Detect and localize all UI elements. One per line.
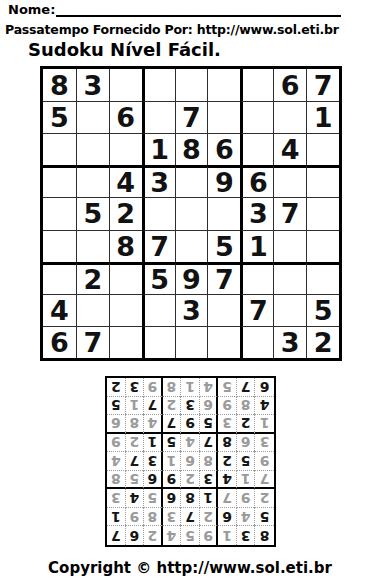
solution-cell-r5c7: 3 xyxy=(144,452,163,471)
solution-cell-r1c1: 8 xyxy=(255,526,274,545)
cell-r4c7[interactable]: 6 xyxy=(240,165,273,197)
solution-cell-r3c3: 7 xyxy=(218,489,237,508)
cell-r6c8[interactable] xyxy=(273,230,306,262)
solution-cell-r2c4: 2 xyxy=(200,508,219,527)
sudoku-puzzle-grid: 836756711864439652378751259743756732 xyxy=(40,66,342,361)
solution-cell-r2c6: 3 xyxy=(163,508,182,527)
solution-cell-r1c7: 2 xyxy=(144,526,163,545)
solution-cell-r2c2: 4 xyxy=(237,508,256,527)
cell-r2c6[interactable] xyxy=(207,101,240,133)
solution-cell-r6c7: 1 xyxy=(144,434,163,453)
solution-cell-r7c3: 3 xyxy=(218,415,237,434)
solution-cell-r4c6: 9 xyxy=(163,471,182,490)
solution-cell-r8c2: 8 xyxy=(237,397,256,416)
cell-r8c7[interactable]: 7 xyxy=(240,294,273,326)
cell-r9c8[interactable]: 3 xyxy=(273,326,306,358)
cell-r6c3[interactable]: 8 xyxy=(109,230,142,262)
cell-r7c1[interactable] xyxy=(43,262,76,294)
solution-cell-r7c4: 5 xyxy=(200,415,219,434)
cell-r3c9[interactable] xyxy=(306,133,339,165)
solution-cell-r3c8: 4 xyxy=(126,489,145,508)
solution-cell-r5c2: 5 xyxy=(237,452,256,471)
cell-r2c7[interactable] xyxy=(240,101,273,133)
cell-r1c1[interactable]: 8 xyxy=(43,69,76,101)
solution-cell-r5c5: 6 xyxy=(181,452,200,471)
cell-r3c7[interactable] xyxy=(240,133,273,165)
solution-cell-r8c5: 3 xyxy=(181,397,200,416)
solution-cell-r7c2: 2 xyxy=(237,415,256,434)
provided-by-text: Passatempo Fornecido Por: http://www.sol… xyxy=(5,22,377,37)
solution-cell-r4c9: 8 xyxy=(107,471,126,490)
name-underline xyxy=(56,2,341,17)
solution-cell-r5c8: 7 xyxy=(126,452,145,471)
cell-r8c5[interactable]: 3 xyxy=(175,294,208,326)
cell-r8c3[interactable] xyxy=(109,294,142,326)
solution-cell-r6c4: 7 xyxy=(200,434,219,453)
solution-cell-r1c3: 1 xyxy=(218,526,237,545)
solution-cell-r1c2: 3 xyxy=(237,526,256,545)
cell-r9c5[interactable] xyxy=(175,326,208,358)
solution-cell-r2c9: 1 xyxy=(107,508,126,527)
cell-r7c8[interactable] xyxy=(273,262,306,294)
solution-cell-r4c8: 5 xyxy=(126,471,145,490)
solution-cell-r2c1: 5 xyxy=(255,508,274,527)
cell-r7c9[interactable] xyxy=(306,262,339,294)
solution-cell-r8c3: 9 xyxy=(218,397,237,416)
solution-cell-r4c5: 2 xyxy=(181,471,200,490)
sudoku-solution-grid: 8319542675462738912971865437143296589528… xyxy=(105,376,276,547)
cell-r6c1[interactable] xyxy=(43,230,76,262)
solution-cell-r2c3: 6 xyxy=(218,508,237,527)
sudoku-worksheet: Nome: Passatempo Fornecido Por: http://w… xyxy=(0,0,380,585)
solution-cell-r9c5: 1 xyxy=(181,378,200,397)
cell-r1c8[interactable]: 6 xyxy=(273,69,306,101)
cell-r1c6[interactable] xyxy=(207,69,240,101)
cell-r4c9[interactable] xyxy=(306,165,339,197)
solution-cell-r6c5: 4 xyxy=(181,434,200,453)
solution-cell-r6c9: 9 xyxy=(107,434,126,453)
cell-r4c4[interactable]: 3 xyxy=(142,165,175,197)
solution-cell-r3c7: 5 xyxy=(144,489,163,508)
cell-r6c5[interactable] xyxy=(175,230,208,262)
cell-r5c3[interactable]: 2 xyxy=(109,197,142,229)
cell-r9c4[interactable] xyxy=(142,326,175,358)
cell-r8c9[interactable]: 5 xyxy=(306,294,339,326)
cell-r5c9[interactable] xyxy=(306,197,339,229)
cell-r1c4[interactable] xyxy=(142,69,175,101)
solution-cell-r1c9: 7 xyxy=(107,526,126,545)
cell-r5c5[interactable] xyxy=(175,197,208,229)
solution-cell-r8c8: 1 xyxy=(126,397,145,416)
cell-r3c3[interactable] xyxy=(109,133,142,165)
solution-cell-r6c2: 6 xyxy=(237,434,256,453)
cell-r6c4[interactable]: 7 xyxy=(142,230,175,262)
cell-r1c2[interactable]: 3 xyxy=(76,69,109,101)
solution-cell-r6c3: 8 xyxy=(218,434,237,453)
solution-cell-r9c1: 6 xyxy=(255,378,274,397)
solution-cell-r9c3: 5 xyxy=(218,378,237,397)
cell-r8c2[interactable] xyxy=(76,294,109,326)
solution-cell-r1c8: 6 xyxy=(126,526,145,545)
solution-cell-r2c5: 7 xyxy=(181,508,200,527)
solution-cell-r5c4: 8 xyxy=(200,452,219,471)
cell-r7c2[interactable]: 2 xyxy=(76,262,109,294)
solution-cell-r8c1: 4 xyxy=(255,397,274,416)
cell-r3c4[interactable]: 1 xyxy=(142,133,175,165)
solution-cell-r8c7: 7 xyxy=(144,397,163,416)
cell-r2c5[interactable]: 7 xyxy=(175,101,208,133)
cell-r9c9[interactable]: 2 xyxy=(306,326,339,358)
cell-r4c2[interactable] xyxy=(76,165,109,197)
cell-r2c1[interactable]: 5 xyxy=(43,101,76,133)
cell-r4c8[interactable] xyxy=(273,165,306,197)
cell-r4c6[interactable]: 9 xyxy=(207,165,240,197)
cell-r3c6[interactable]: 6 xyxy=(207,133,240,165)
cell-r6c2[interactable] xyxy=(76,230,109,262)
cell-r7c5[interactable]: 9 xyxy=(175,262,208,294)
solution-cell-r7c7: 4 xyxy=(144,415,163,434)
cell-r5c6[interactable] xyxy=(207,197,240,229)
cell-r8c6[interactable] xyxy=(207,294,240,326)
cell-r9c7[interactable] xyxy=(240,326,273,358)
solution-cell-r3c1: 2 xyxy=(255,489,274,508)
solution-cell-r9c6: 8 xyxy=(163,378,182,397)
name-label: Nome: xyxy=(8,2,55,17)
solution-cell-r4c2: 1 xyxy=(237,471,256,490)
solution-cell-r5c1: 9 xyxy=(255,452,274,471)
solution-cell-r9c7: 9 xyxy=(144,378,163,397)
cell-r7c6[interactable]: 7 xyxy=(207,262,240,294)
cell-r1c9[interactable]: 7 xyxy=(306,69,339,101)
solution-cell-r7c1: 1 xyxy=(255,415,274,434)
solution-cell-r3c4: 1 xyxy=(200,489,219,508)
solution-cell-r7c9: 6 xyxy=(107,415,126,434)
cell-r6c9[interactable] xyxy=(306,230,339,262)
cell-r9c1[interactable]: 6 xyxy=(43,326,76,358)
cell-r2c4[interactable] xyxy=(142,101,175,133)
solution-cell-r3c9: 3 xyxy=(107,489,126,508)
cell-r8c8[interactable] xyxy=(273,294,306,326)
solution-cell-r1c6: 4 xyxy=(163,526,182,545)
solution-cell-r2c7: 8 xyxy=(144,508,163,527)
cell-r6c6[interactable]: 5 xyxy=(207,230,240,262)
cell-r7c3[interactable] xyxy=(109,262,142,294)
cell-r3c8[interactable]: 4 xyxy=(273,133,306,165)
cell-r2c9[interactable]: 1 xyxy=(306,101,339,133)
solution-cell-r5c9: 4 xyxy=(107,452,126,471)
cell-r5c2[interactable]: 5 xyxy=(76,197,109,229)
solution-cell-r4c7: 6 xyxy=(144,471,163,490)
cell-r3c1[interactable] xyxy=(43,133,76,165)
solution-cell-r5c6: 1 xyxy=(163,452,182,471)
cell-r1c7[interactable] xyxy=(240,69,273,101)
cell-r4c3[interactable]: 4 xyxy=(109,165,142,197)
solution-cell-r1c5: 5 xyxy=(181,526,200,545)
cell-r2c3[interactable]: 6 xyxy=(109,101,142,133)
solution-cell-r5c3: 2 xyxy=(218,452,237,471)
cell-r3c2[interactable] xyxy=(76,133,109,165)
solution-cell-r3c6: 6 xyxy=(163,489,182,508)
cell-r1c3[interactable] xyxy=(109,69,142,101)
copyright-text: Copyright © http://www.sol.eti.br xyxy=(0,559,380,577)
cell-r6c7[interactable]: 1 xyxy=(240,230,273,262)
solution-cell-r6c6: 5 xyxy=(163,434,182,453)
solution-cell-r9c9: 2 xyxy=(107,378,126,397)
solution-cell-r7c8: 8 xyxy=(126,415,145,434)
solution-cell-r9c4: 4 xyxy=(200,378,219,397)
page-title: Sudoku Nível Fácil. xyxy=(28,39,221,60)
cell-r9c2[interactable]: 7 xyxy=(76,326,109,358)
cell-r4c5[interactable] xyxy=(175,165,208,197)
cell-r8c4[interactable] xyxy=(142,294,175,326)
cell-r9c3[interactable] xyxy=(109,326,142,358)
cell-r1c5[interactable] xyxy=(175,69,208,101)
solution-cell-r4c1: 7 xyxy=(255,471,274,490)
cell-r5c7[interactable]: 3 xyxy=(240,197,273,229)
cell-r7c7[interactable] xyxy=(240,262,273,294)
solution-cell-r9c2: 7 xyxy=(237,378,256,397)
solution-cell-r7c6: 7 xyxy=(163,415,182,434)
solution-cell-r6c1: 3 xyxy=(255,434,274,453)
solution-cell-r6c8: 2 xyxy=(126,434,145,453)
cell-r9c6[interactable] xyxy=(207,326,240,358)
solution-cell-r8c6: 2 xyxy=(163,397,182,416)
solution-cell-r8c9: 5 xyxy=(107,397,126,416)
cell-r4c1[interactable] xyxy=(43,165,76,197)
solution-cell-r3c2: 9 xyxy=(237,489,256,508)
solution-cell-r4c3: 4 xyxy=(218,471,237,490)
cell-r5c8[interactable]: 7 xyxy=(273,197,306,229)
cell-r5c1[interactable] xyxy=(43,197,76,229)
solution-cell-r7c5: 9 xyxy=(181,415,200,434)
solution-cell-r1c4: 9 xyxy=(200,526,219,545)
solution-cell-r8c4: 6 xyxy=(200,397,219,416)
cell-r2c2[interactable] xyxy=(76,101,109,133)
cell-r3c5[interactable]: 8 xyxy=(175,133,208,165)
cell-r5c4[interactable] xyxy=(142,197,175,229)
cell-r8c1[interactable]: 4 xyxy=(43,294,76,326)
name-row: Nome: xyxy=(8,2,341,17)
cell-r7c4[interactable]: 5 xyxy=(142,262,175,294)
solution-cell-r3c5: 8 xyxy=(181,489,200,508)
cell-r2c8[interactable] xyxy=(273,101,306,133)
solution-cell-r9c8: 3 xyxy=(126,378,145,397)
solution-cell-r4c4: 3 xyxy=(200,471,219,490)
solution-cell-r2c8: 9 xyxy=(126,508,145,527)
